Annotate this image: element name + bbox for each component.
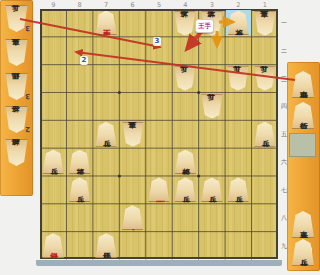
- move-number-badge: 2: [80, 56, 88, 65]
- move-number-badge: 3: [153, 37, 161, 46]
- check-bubble: 王手: [195, 19, 214, 33]
